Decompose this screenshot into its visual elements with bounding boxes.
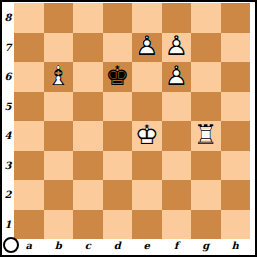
square-d2[interactable] [103,180,133,210]
square-e8[interactable] [132,3,162,33]
white-pawn-outline: ♙ [164,33,188,60]
black-king-fill: ♚ [105,62,129,89]
square-g3[interactable] [191,151,221,181]
square-e6[interactable] [132,62,162,92]
square-h5[interactable] [221,92,251,122]
file-label-b: b [44,240,74,254]
square-d8[interactable] [103,3,133,33]
file-labels: abcdefgh [14,240,250,254]
black-king[interactable]: ♚ [103,62,133,92]
square-e5[interactable] [132,92,162,122]
square-a5[interactable] [14,92,44,122]
square-h3[interactable] [221,151,251,181]
square-f7[interactable]: ♟♙ [162,33,192,63]
square-a6[interactable] [14,62,44,92]
white-pawn-outline: ♙ [164,62,188,89]
square-c6[interactable] [73,62,103,92]
chess-board: ♟♙♟♙♝♗♚♟♙♚♔♜♖ [14,3,250,239]
square-f2[interactable] [162,180,192,210]
white-pawn[interactable]: ♟♙ [162,33,192,63]
square-b2[interactable] [44,180,74,210]
square-h4[interactable] [221,121,251,151]
square-f6[interactable]: ♟♙ [162,62,192,92]
white-king[interactable]: ♚♔ [132,121,162,151]
file-label-g: g [191,240,221,254]
square-g4[interactable]: ♜♖ [191,121,221,151]
square-g2[interactable] [191,180,221,210]
square-a3[interactable] [14,151,44,181]
square-f4[interactable] [162,121,192,151]
square-h6[interactable] [221,62,251,92]
rank-labels: 87654321 [2,3,14,239]
white-bishop-outline: ♗ [46,62,70,89]
square-c1[interactable] [73,210,103,240]
square-c7[interactable] [73,33,103,63]
square-g7[interactable] [191,33,221,63]
square-a4[interactable] [14,121,44,151]
file-label-h: h [221,240,251,254]
white-king-outline: ♔ [135,121,159,148]
square-b3[interactable] [44,151,74,181]
square-g6[interactable] [191,62,221,92]
rank-label-6: 6 [2,62,14,92]
square-h7[interactable] [221,33,251,63]
square-f5[interactable] [162,92,192,122]
square-b5[interactable] [44,92,74,122]
side-to-move-indicator [3,237,19,253]
square-a1[interactable] [14,210,44,240]
square-c8[interactable] [73,3,103,33]
square-e2[interactable] [132,180,162,210]
square-h2[interactable] [221,180,251,210]
square-a8[interactable] [14,3,44,33]
white-pawn[interactable]: ♟♙ [132,33,162,63]
square-d1[interactable] [103,210,133,240]
square-h8[interactable] [221,3,251,33]
white-pawn[interactable]: ♟♙ [162,62,192,92]
square-h1[interactable] [221,210,251,240]
square-a7[interactable] [14,33,44,63]
square-c2[interactable] [73,180,103,210]
white-pawn-outline: ♙ [135,33,159,60]
square-f1[interactable] [162,210,192,240]
square-f8[interactable] [162,3,192,33]
file-label-d: d [103,240,133,254]
rank-label-8: 8 [2,3,14,33]
file-label-f: f [162,240,192,254]
square-c4[interactable] [73,121,103,151]
file-label-e: e [132,240,162,254]
square-c5[interactable] [73,92,103,122]
square-g8[interactable] [191,3,221,33]
square-e4[interactable]: ♚♔ [132,121,162,151]
rank-label-7: 7 [2,33,14,63]
square-b8[interactable] [44,3,74,33]
square-a2[interactable] [14,180,44,210]
white-rook-outline: ♖ [194,121,218,148]
square-g1[interactable] [191,210,221,240]
square-d5[interactable] [103,92,133,122]
square-e7[interactable]: ♟♙ [132,33,162,63]
square-b4[interactable] [44,121,74,151]
file-label-c: c [73,240,103,254]
white-bishop[interactable]: ♝♗ [44,62,74,92]
rank-label-5: 5 [2,92,14,122]
rank-label-3: 3 [2,151,14,181]
square-d7[interactable] [103,33,133,63]
square-e3[interactable] [132,151,162,181]
rank-label-2: 2 [2,180,14,210]
square-c3[interactable] [73,151,103,181]
square-g5[interactable] [191,92,221,122]
square-d3[interactable] [103,151,133,181]
square-b6[interactable]: ♝♗ [44,62,74,92]
square-d6[interactable]: ♚ [103,62,133,92]
square-e1[interactable] [132,210,162,240]
square-f3[interactable] [162,151,192,181]
chess-diagram: 87654321 ♟♙♟♙♝♗♚♟♙♚♔♜♖ abcdefgh [0,0,257,257]
rank-label-1: 1 [2,210,14,240]
square-b7[interactable] [44,33,74,63]
square-d4[interactable] [103,121,133,151]
square-b1[interactable] [44,210,74,240]
white-rook[interactable]: ♜♖ [191,121,221,151]
rank-label-4: 4 [2,121,14,151]
